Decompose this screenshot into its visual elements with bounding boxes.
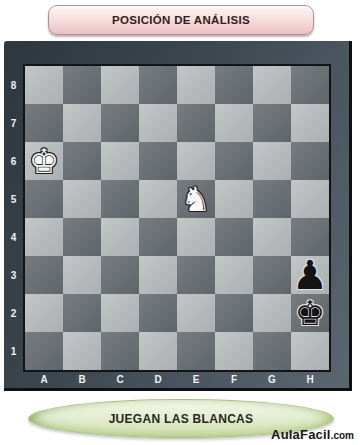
square-f2[interactable] (215, 294, 253, 332)
square-e3[interactable] (177, 256, 215, 294)
square-c6[interactable] (101, 142, 139, 180)
chess-board-frame: 87654321 ♚♞♟♚ ABCDEFGH (4, 41, 352, 391)
square-b5[interactable] (63, 180, 101, 218)
square-b6[interactable] (63, 142, 101, 180)
square-d3[interactable] (139, 256, 177, 294)
rank-label-8: 8 (4, 66, 23, 104)
square-e2[interactable] (177, 294, 215, 332)
file-label-a: A (25, 370, 63, 388)
square-a6[interactable]: ♚ (25, 142, 63, 180)
square-e7[interactable] (177, 104, 215, 142)
chess-board: ♚♞♟♚ (23, 64, 331, 372)
square-g5[interactable] (253, 180, 291, 218)
square-f7[interactable] (215, 104, 253, 142)
square-a7[interactable] (25, 104, 63, 142)
square-f6[interactable] (215, 142, 253, 180)
square-c7[interactable] (101, 104, 139, 142)
square-d5[interactable] (139, 180, 177, 218)
square-g4[interactable] (253, 218, 291, 256)
white-king[interactable]: ♚ (29, 144, 59, 178)
rank-label-4: 4 (4, 218, 23, 256)
square-e4[interactable] (177, 218, 215, 256)
square-a3[interactable] (25, 256, 63, 294)
square-d4[interactable] (139, 218, 177, 256)
file-label-f: F (215, 370, 253, 388)
rank-labels: 87654321 (4, 66, 23, 370)
black-king[interactable]: ♚ (295, 296, 325, 330)
square-c3[interactable] (101, 256, 139, 294)
file-label-c: C (101, 370, 139, 388)
square-h3[interactable]: ♟ (291, 256, 329, 294)
square-b8[interactable] (63, 66, 101, 104)
file-label-h: H (291, 370, 329, 388)
square-b7[interactable] (63, 104, 101, 142)
square-f4[interactable] (215, 218, 253, 256)
square-d8[interactable] (139, 66, 177, 104)
square-e6[interactable] (177, 142, 215, 180)
analysis-title-banner: POSICIÓN DE ANÁLISIS (48, 5, 314, 35)
file-label-d: D (139, 370, 177, 388)
file-label-g: G (253, 370, 291, 388)
square-f1[interactable] (215, 332, 253, 370)
square-b2[interactable] (63, 294, 101, 332)
square-d7[interactable] (139, 104, 177, 142)
brand: AulaFacil.com (271, 427, 354, 442)
rank-label-3: 3 (4, 256, 23, 294)
square-c4[interactable] (101, 218, 139, 256)
white-knight[interactable]: ♞ (181, 182, 211, 216)
square-g3[interactable] (253, 256, 291, 294)
page: POSICIÓN DE ANÁLISIS 87654321 ♚♞♟♚ ABCDE… (0, 0, 360, 445)
square-d1[interactable] (139, 332, 177, 370)
square-a1[interactable] (25, 332, 63, 370)
square-b4[interactable] (63, 218, 101, 256)
square-g8[interactable] (253, 66, 291, 104)
square-g7[interactable] (253, 104, 291, 142)
rank-label-2: 2 (4, 294, 23, 332)
square-h2[interactable]: ♚ (291, 294, 329, 332)
square-h7[interactable] (291, 104, 329, 142)
square-g1[interactable] (253, 332, 291, 370)
square-a8[interactable] (25, 66, 63, 104)
square-h5[interactable] (291, 180, 329, 218)
square-e1[interactable] (177, 332, 215, 370)
square-h6[interactable] (291, 142, 329, 180)
square-c1[interactable] (101, 332, 139, 370)
square-b3[interactable] (63, 256, 101, 294)
square-e8[interactable] (177, 66, 215, 104)
turn-label: JUEGAN LAS BLANCAS (109, 412, 254, 426)
brand-name: AulaFacil (271, 427, 331, 442)
square-a2[interactable] (25, 294, 63, 332)
square-f5[interactable] (215, 180, 253, 218)
square-e5[interactable]: ♞ (177, 180, 215, 218)
square-a4[interactable] (25, 218, 63, 256)
square-g2[interactable] (253, 294, 291, 332)
brand-suffix: .com (331, 430, 354, 441)
square-c2[interactable] (101, 294, 139, 332)
square-d6[interactable] (139, 142, 177, 180)
square-f8[interactable] (215, 66, 253, 104)
square-d2[interactable] (139, 294, 177, 332)
rank-label-5: 5 (4, 180, 23, 218)
rank-label-6: 6 (4, 142, 23, 180)
square-c8[interactable] (101, 66, 139, 104)
square-f3[interactable] (215, 256, 253, 294)
analysis-title: POSICIÓN DE ANÁLISIS (112, 14, 250, 26)
square-h4[interactable] (291, 218, 329, 256)
square-h1[interactable] (291, 332, 329, 370)
rank-label-1: 1 (4, 332, 23, 370)
square-c5[interactable] (101, 180, 139, 218)
file-labels: ABCDEFGH (25, 370, 329, 388)
file-label-b: B (63, 370, 101, 388)
rank-label-7: 7 (4, 104, 23, 142)
file-label-e: E (177, 370, 215, 388)
black-pawn[interactable]: ♟ (292, 256, 328, 294)
square-a5[interactable] (25, 180, 63, 218)
square-h8[interactable] (291, 66, 329, 104)
square-b1[interactable] (63, 332, 101, 370)
square-g6[interactable] (253, 142, 291, 180)
